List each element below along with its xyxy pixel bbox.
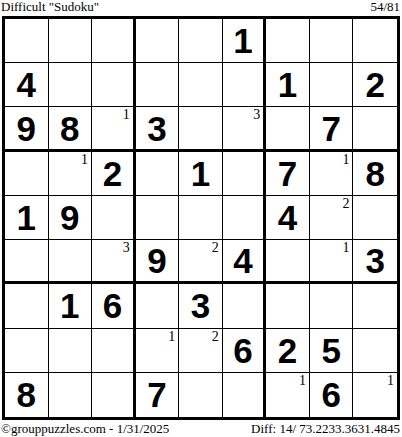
sudoku-cell-r8c9 xyxy=(353,329,397,373)
progress-counter: 54/81 xyxy=(370,0,400,14)
sudoku-cell-r1c2 xyxy=(49,19,93,63)
difficulty-text: Diff: 14/ 73.2233.3631.4845 xyxy=(251,422,400,436)
sudoku-cell-r9c5 xyxy=(179,373,223,417)
cell-given-value: 1 xyxy=(60,288,79,323)
sudoku-cell-r2c8 xyxy=(310,63,354,107)
puzzle-title: Difficult "Sudoku" xyxy=(1,0,99,14)
cell-given-value: 2 xyxy=(103,156,122,191)
cell-given-value: 4 xyxy=(233,243,252,278)
sudoku-cell-r1c8 xyxy=(310,19,354,63)
cell-given-value: 8 xyxy=(365,156,384,191)
sudoku-cell-r8c1 xyxy=(5,329,49,373)
sudoku-cell-r2c2 xyxy=(49,63,93,107)
cell-given-value: 1 xyxy=(191,156,210,191)
cell-given-value: 6 xyxy=(321,377,340,412)
sudoku-cell-r7c5: 3 xyxy=(179,284,223,328)
sudoku-cell-r7c1 xyxy=(5,284,49,328)
cell-given-value: 1 xyxy=(278,67,297,102)
sudoku-cell-r7c9 xyxy=(353,284,397,328)
footer: ©grouppuzzles.com - 1/31/2025 Diff: 14/ … xyxy=(0,420,402,437)
cell-given-value: 6 xyxy=(103,288,122,323)
sudoku-cell-r8c3 xyxy=(92,329,136,373)
cell-given-value: 9 xyxy=(17,111,36,146)
sudoku-cell-r7c6 xyxy=(223,284,267,328)
sudoku-cell-r2c5 xyxy=(179,63,223,107)
sudoku-cell-r6c7 xyxy=(266,240,310,284)
sudoku-cell-r4c3: 2 xyxy=(92,152,136,196)
cell-given-value: 7 xyxy=(321,111,340,146)
sudoku-cell-r3c2: 8 xyxy=(49,107,93,151)
cell-corner-mark: 1 xyxy=(387,373,394,388)
cell-given-value: 9 xyxy=(147,243,166,278)
cell-corner-mark: 2 xyxy=(212,329,219,344)
sudoku-cell-r8c7: 2 xyxy=(266,329,310,373)
cell-given-value: 1 xyxy=(233,23,252,58)
sudoku-cell-r5c3 xyxy=(92,196,136,240)
sudoku-cell-r5c1: 1 xyxy=(5,196,49,240)
sudoku-cell-r1c7 xyxy=(266,19,310,63)
cell-corner-mark: 1 xyxy=(299,373,306,388)
sudoku-cell-r8c2 xyxy=(49,329,93,373)
sudoku-cell-r4c8: 1 xyxy=(310,152,354,196)
sudoku-cell-r6c5: 2 xyxy=(179,240,223,284)
sudoku-cell-r3c9 xyxy=(353,107,397,151)
sudoku-cell-r4c2: 1 xyxy=(49,152,93,196)
cell-corner-mark: 3 xyxy=(123,240,130,255)
cell-given-value: 8 xyxy=(60,111,79,146)
sudoku-cell-r4c7: 7 xyxy=(266,152,310,196)
sudoku-cell-r5c6 xyxy=(223,196,267,240)
sudoku-grid: 141298133712171819423924131631262587161 xyxy=(2,16,400,420)
sudoku-cell-r9c3 xyxy=(92,373,136,417)
sudoku-cell-r2c7: 1 xyxy=(266,63,310,107)
sudoku-cell-r1c1 xyxy=(5,19,49,63)
sudoku-cell-r2c6 xyxy=(223,63,267,107)
cell-corner-mark: 2 xyxy=(212,240,219,255)
sudoku-cell-r8c6: 6 xyxy=(223,329,267,373)
sudoku-cell-r9c9: 1 xyxy=(353,373,397,417)
sudoku-cell-r8c5: 2 xyxy=(179,329,223,373)
cell-corner-mark: 1 xyxy=(81,152,88,167)
sudoku-cell-r1c5 xyxy=(179,19,223,63)
sudoku-cell-r1c3 xyxy=(92,19,136,63)
sudoku-cell-r1c9 xyxy=(353,19,397,63)
sudoku-cell-r1c6: 1 xyxy=(223,19,267,63)
cell-given-value: 6 xyxy=(233,333,252,368)
sudoku-cell-r7c8 xyxy=(310,284,354,328)
sudoku-cell-r3c6: 3 xyxy=(223,107,267,151)
cell-given-value: 3 xyxy=(191,288,210,323)
sudoku-cell-r6c4: 9 xyxy=(136,240,180,284)
cell-corner-mark: 3 xyxy=(253,107,260,122)
sudoku-cell-r4c6 xyxy=(223,152,267,196)
sudoku-cell-r3c4: 3 xyxy=(136,107,180,151)
cell-corner-mark: 1 xyxy=(168,329,175,344)
cell-given-value: 9 xyxy=(60,200,79,235)
sudoku-cell-r4c5: 1 xyxy=(179,152,223,196)
sudoku-cell-r8c8: 5 xyxy=(310,329,354,373)
sudoku-cell-r2c3 xyxy=(92,63,136,107)
sudoku-cell-r9c8: 6 xyxy=(310,373,354,417)
sudoku-cell-r1c4 xyxy=(136,19,180,63)
sudoku-cell-r3c1: 9 xyxy=(5,107,49,151)
cell-corner-mark: 1 xyxy=(123,107,130,122)
sudoku-cell-r2c4 xyxy=(136,63,180,107)
sudoku-cell-r6c1 xyxy=(5,240,49,284)
sudoku-cell-r6c8: 1 xyxy=(310,240,354,284)
header: Difficult "Sudoku" 54/81 xyxy=(0,0,402,16)
cell-given-value: 2 xyxy=(278,333,297,368)
sudoku-cell-r3c8: 7 xyxy=(310,107,354,151)
sudoku-cell-r5c5 xyxy=(179,196,223,240)
cell-given-value: 2 xyxy=(365,67,384,102)
sudoku-cell-r5c9 xyxy=(353,196,397,240)
cell-corner-mark: 2 xyxy=(342,196,349,211)
sudoku-cell-r9c4: 7 xyxy=(136,373,180,417)
sudoku-cell-r6c9: 3 xyxy=(353,240,397,284)
sudoku-cell-r7c7 xyxy=(266,284,310,328)
copyright-text: ©grouppuzzles.com - 1/31/2025 xyxy=(1,422,169,436)
sudoku-cell-r8c4: 1 xyxy=(136,329,180,373)
sudoku-cell-r4c4 xyxy=(136,152,180,196)
sudoku-cell-r9c7: 1 xyxy=(266,373,310,417)
sudoku-cell-r3c5 xyxy=(179,107,223,151)
sudoku-cell-r4c9: 8 xyxy=(353,152,397,196)
cell-given-value: 3 xyxy=(365,243,384,278)
cell-given-value: 5 xyxy=(321,333,340,368)
sudoku-cell-r5c8: 2 xyxy=(310,196,354,240)
sudoku-cell-r9c2 xyxy=(49,373,93,417)
sudoku-cell-r6c6: 4 xyxy=(223,240,267,284)
sudoku-cell-r5c2: 9 xyxy=(49,196,93,240)
cell-corner-mark: 1 xyxy=(342,240,349,255)
cell-given-value: 4 xyxy=(278,200,297,235)
cell-given-value: 3 xyxy=(147,111,166,146)
sudoku-cell-r4c1 xyxy=(5,152,49,196)
puzzle-page: Difficult "Sudoku" 54/81 141298133712171… xyxy=(0,0,402,437)
sudoku-cell-r3c7 xyxy=(266,107,310,151)
sudoku-cell-r2c1: 4 xyxy=(5,63,49,107)
sudoku-cell-r6c2 xyxy=(49,240,93,284)
sudoku-cell-r7c3: 6 xyxy=(92,284,136,328)
sudoku-cell-r7c4 xyxy=(136,284,180,328)
sudoku-cell-r9c6 xyxy=(223,373,267,417)
cell-given-value: 7 xyxy=(147,377,166,412)
cell-corner-mark: 1 xyxy=(342,152,349,167)
sudoku-cell-r6c3: 3 xyxy=(92,240,136,284)
cell-given-value: 8 xyxy=(17,377,36,412)
sudoku-cell-r2c9: 2 xyxy=(353,63,397,107)
sudoku-cell-r7c2: 1 xyxy=(49,284,93,328)
sudoku-cell-r3c3: 1 xyxy=(92,107,136,151)
sudoku-cell-r5c7: 4 xyxy=(266,196,310,240)
sudoku-cell-r9c1: 8 xyxy=(5,373,49,417)
cell-given-value: 4 xyxy=(17,67,36,102)
cell-given-value: 7 xyxy=(278,156,297,191)
cell-given-value: 1 xyxy=(17,200,36,235)
sudoku-cell-r5c4 xyxy=(136,196,180,240)
